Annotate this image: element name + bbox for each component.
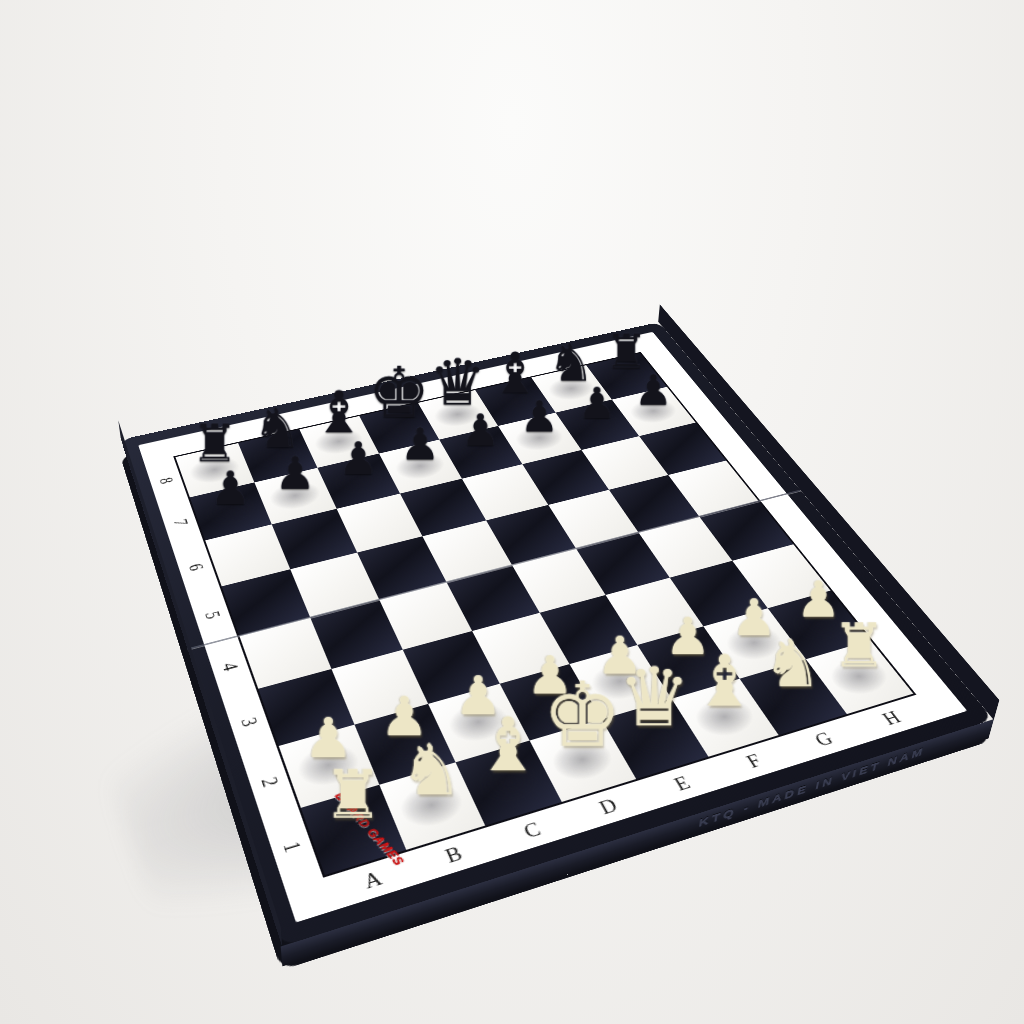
board-frame: KTQ - MADE IN VIET NAM ABCDEFGH 87654321…: [121, 322, 993, 946]
chess-board: KTQ - MADE IN VIET NAM ABCDEFGH 87654321…: [121, 322, 993, 946]
product-photo-scene: KTQ - MADE IN VIET NAM ABCDEFGH 87654321…: [0, 0, 1024, 1024]
white-rook-a1: ♜: [303, 762, 404, 829]
